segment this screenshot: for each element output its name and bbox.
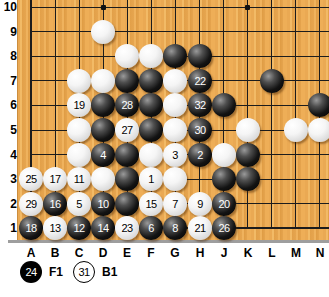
stone-black-H5[interactable]: 30	[188, 118, 212, 142]
stone-black-J6[interactable]	[212, 93, 236, 117]
stone-white-B1[interactable]: 13	[43, 216, 67, 240]
move-number: 29	[25, 199, 36, 210]
move-number: 6	[148, 223, 154, 234]
move-number: 8	[172, 223, 178, 234]
stone-black-E4[interactable]	[115, 143, 139, 167]
move-number: 1	[148, 174, 154, 185]
stone-white-M5[interactable]	[284, 118, 308, 142]
col-label-K: K	[236, 246, 260, 260]
stone-black-B2[interactable]: 16	[43, 192, 67, 216]
col-label-E: E	[115, 246, 139, 260]
stone-white-C4[interactable]	[67, 143, 91, 167]
col-label-B: B	[43, 246, 67, 260]
col-label-N: N	[308, 246, 329, 260]
row-label-8: 8	[1, 50, 17, 62]
caption: 24 F1 31 B1	[20, 260, 127, 284]
stone-black-K4[interactable]	[236, 143, 260, 167]
caption-black-stone-icon: 24	[20, 261, 42, 283]
stone-black-E6[interactable]: 28	[115, 93, 139, 117]
go-diagram: ABCDEFGHJKLMN10987654321 221928322730432…	[0, 0, 329, 297]
stone-white-F8[interactable]	[139, 44, 163, 68]
move-number: 22	[194, 76, 205, 87]
move-number: 30	[194, 125, 205, 136]
grid-line-col-L	[271, 0, 272, 229]
stone-black-G1[interactable]: 8	[163, 216, 187, 240]
row-label-9: 9	[1, 26, 17, 38]
move-number: 26	[218, 223, 229, 234]
star-point-K10	[245, 5, 250, 10]
stone-white-G3[interactable]	[163, 167, 187, 191]
move-number: 11	[74, 174, 84, 185]
move-number: 25	[25, 174, 36, 185]
stone-black-J3[interactable]	[212, 167, 236, 191]
stone-black-H4[interactable]: 2	[188, 143, 212, 167]
stone-black-L7[interactable]	[260, 69, 284, 93]
star-point-D10	[101, 5, 106, 10]
grid-line-col-M	[295, 0, 296, 229]
move-number: 20	[218, 199, 229, 210]
move-number: 19	[73, 100, 84, 111]
stone-black-D6[interactable]	[91, 93, 115, 117]
stone-black-D1[interactable]: 14	[91, 216, 115, 240]
caption-move1-number: 24	[25, 266, 36, 278]
move-number: 23	[121, 223, 132, 234]
stone-white-F3[interactable]: 1	[139, 167, 163, 191]
move-number: 28	[121, 100, 132, 111]
move-number: 14	[97, 223, 108, 234]
stone-black-F1[interactable]: 6	[139, 216, 163, 240]
stone-white-C2[interactable]: 5	[67, 192, 91, 216]
row-label-10: 10	[1, 1, 17, 13]
caption-move2-point: B1	[102, 265, 117, 279]
col-label-H: H	[188, 246, 212, 260]
stone-black-J1[interactable]: 26	[212, 216, 236, 240]
stone-white-F4[interactable]	[139, 143, 163, 167]
move-number: 7	[172, 199, 178, 210]
col-label-J: J	[212, 246, 236, 260]
col-label-D: D	[91, 246, 115, 260]
stone-white-D7[interactable]	[91, 69, 115, 93]
col-label-A: A	[19, 246, 43, 260]
col-label-F: F	[139, 246, 163, 260]
move-number: 18	[25, 223, 36, 234]
stone-white-C6[interactable]: 19	[67, 93, 91, 117]
stone-white-D9[interactable]	[91, 20, 115, 44]
stone-black-N6[interactable]	[308, 93, 329, 117]
row-label-7: 7	[1, 75, 17, 87]
stone-white-A3[interactable]: 25	[19, 167, 43, 191]
move-number: 32	[194, 100, 205, 111]
stone-black-D4[interactable]: 4	[91, 143, 115, 167]
row-label-2: 2	[1, 198, 17, 210]
stone-black-F5[interactable]	[139, 118, 163, 142]
stone-white-B3[interactable]: 17	[43, 167, 67, 191]
board-edge-shadow	[8, 240, 329, 243]
stone-white-A2[interactable]: 29	[19, 192, 43, 216]
move-number: 17	[49, 174, 60, 185]
stone-white-G4[interactable]: 3	[163, 143, 187, 167]
stone-black-C1[interactable]: 12	[67, 216, 91, 240]
row-label-5: 5	[1, 124, 17, 136]
stone-white-G7[interactable]	[163, 69, 187, 93]
grid-line-row-9	[30, 31, 329, 32]
row-label-4: 4	[1, 149, 17, 161]
caption-move1-point: F1	[49, 265, 63, 279]
col-label-L: L	[260, 246, 284, 260]
stone-white-D3[interactable]	[91, 167, 115, 191]
stone-white-E8[interactable]	[115, 44, 139, 68]
caption-white-stone-icon: 31	[73, 261, 95, 283]
stone-black-D5[interactable]	[91, 118, 115, 142]
stone-white-J4[interactable]	[212, 143, 236, 167]
stone-white-G6[interactable]	[163, 93, 187, 117]
stone-black-E7[interactable]	[115, 69, 139, 93]
move-number: 13	[49, 223, 60, 234]
move-number: 5	[76, 199, 82, 210]
grid-line-row-10	[30, 7, 329, 8]
stone-white-C3[interactable]: 11	[67, 167, 91, 191]
stone-white-F2[interactable]: 15	[139, 192, 163, 216]
stone-black-F6[interactable]	[139, 93, 163, 117]
col-label-C: C	[67, 246, 91, 260]
row-label-3: 3	[1, 173, 17, 185]
stone-white-E1[interactable]: 23	[115, 216, 139, 240]
col-label-M: M	[284, 246, 308, 260]
stone-black-K3[interactable]	[236, 167, 260, 191]
stone-black-E3[interactable]	[115, 167, 139, 191]
move-number: 15	[145, 199, 156, 210]
caption-move2-number: 31	[78, 266, 89, 278]
stone-white-H1[interactable]: 21	[188, 216, 212, 240]
stone-black-H8[interactable]	[188, 44, 212, 68]
stone-white-C5[interactable]	[67, 118, 91, 142]
move-number: 16	[49, 199, 60, 210]
stone-black-E2[interactable]	[115, 192, 139, 216]
stone-black-A1[interactable]: 18	[19, 216, 43, 240]
stone-white-C7[interactable]	[67, 69, 91, 93]
move-number: 21	[194, 223, 205, 234]
row-label-1: 1	[1, 222, 17, 234]
move-number: 4	[100, 150, 106, 161]
stone-white-G2[interactable]: 7	[163, 192, 187, 216]
stone-black-J2[interactable]: 20	[212, 192, 236, 216]
move-number: 3	[172, 150, 178, 161]
row-label-6: 6	[1, 99, 17, 111]
move-number: 10	[97, 199, 108, 210]
stone-black-G8[interactable]	[163, 44, 187, 68]
grid-line-col-K	[247, 0, 248, 229]
move-number: 27	[121, 125, 132, 136]
col-label-G: G	[163, 246, 187, 260]
stone-white-E5[interactable]: 27	[115, 118, 139, 142]
stone-white-N5[interactable]	[308, 118, 329, 142]
move-number: 12	[73, 223, 84, 234]
move-number: 9	[197, 199, 203, 210]
stone-black-F7[interactable]	[139, 69, 163, 93]
stone-black-D2[interactable]: 10	[91, 192, 115, 216]
stone-white-G5[interactable]	[163, 118, 187, 142]
stone-white-H2[interactable]: 9	[188, 192, 212, 216]
stone-white-K5[interactable]	[236, 118, 260, 142]
move-number: 2	[197, 150, 203, 161]
stone-black-H6[interactable]: 32	[188, 93, 212, 117]
stone-black-H7[interactable]: 22	[188, 69, 212, 93]
